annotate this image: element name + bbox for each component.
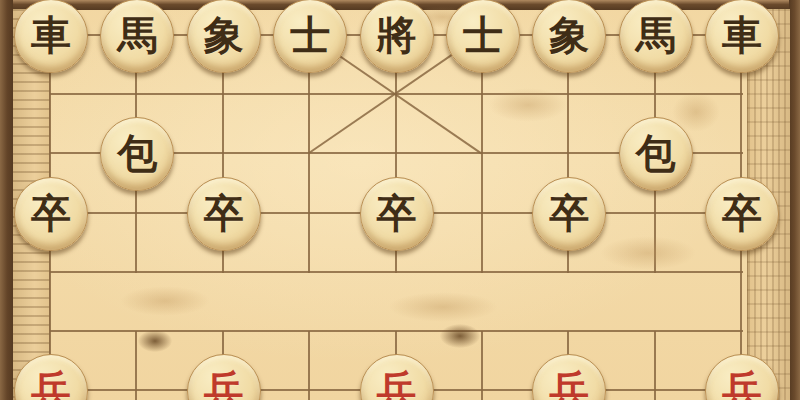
- board-stain: [120, 286, 210, 316]
- piece-glyph: 兵: [722, 370, 762, 400]
- piece-glyph: 車: [31, 15, 71, 55]
- grid-file-line: [135, 331, 137, 400]
- piece-red-soldier-file3[interactable]: 兵: [187, 354, 261, 400]
- piece-glyph: 兵: [204, 370, 244, 400]
- piece-glyph: 兵: [31, 370, 71, 400]
- piece-red-soldier-file5[interactable]: 兵: [360, 354, 434, 400]
- piece-black-chariot-file9[interactable]: 車: [705, 0, 779, 73]
- piece-black-cannon-file2[interactable]: 包: [100, 117, 174, 191]
- piece-black-chariot-file1[interactable]: 車: [14, 0, 88, 73]
- piece-black-cannon-file8[interactable]: 包: [619, 117, 693, 191]
- piece-glyph: 卒: [204, 193, 244, 233]
- piece-glyph: 馬: [117, 15, 157, 55]
- piece-black-horse-file8[interactable]: 馬: [619, 0, 693, 73]
- grid-rank-line: [50, 330, 743, 332]
- piece-black-general-file5[interactable]: 將: [360, 0, 434, 73]
- piece-glyph: 象: [204, 15, 244, 55]
- piece-glyph: 卒: [722, 193, 762, 233]
- board-frame-right: [789, 0, 800, 400]
- piece-black-soldier-file5[interactable]: 卒: [360, 177, 434, 251]
- piece-black-advisor-file4[interactable]: 士: [273, 0, 347, 73]
- piece-glyph: 包: [636, 133, 676, 173]
- piece-glyph: 包: [117, 133, 157, 173]
- grid-file-line: [308, 331, 310, 400]
- xiangqi-board[interactable]: 車馬象士將士象馬車包包卒卒卒卒卒兵兵兵兵兵: [0, 0, 800, 400]
- piece-black-soldier-file9[interactable]: 卒: [705, 177, 779, 251]
- piece-black-advisor-file6[interactable]: 士: [446, 0, 520, 73]
- piece-black-elephant-file3[interactable]: 象: [187, 0, 261, 73]
- grid-file-line: [654, 331, 656, 400]
- piece-glyph: 士: [463, 15, 503, 55]
- grid-rank-line: [50, 271, 743, 273]
- piece-glyph: 卒: [31, 193, 71, 233]
- piece-glyph: 卒: [549, 193, 589, 233]
- board-stain: [138, 330, 172, 352]
- piece-glyph: 士: [290, 15, 330, 55]
- piece-glyph: 兵: [377, 370, 417, 400]
- piece-black-soldier-file3[interactable]: 卒: [187, 177, 261, 251]
- grid-file-line: [481, 331, 483, 400]
- board-stain: [388, 292, 498, 322]
- piece-glyph: 卒: [377, 193, 417, 233]
- board-frame-left: [0, 0, 13, 400]
- piece-black-soldier-file1[interactable]: 卒: [14, 177, 88, 251]
- piece-red-soldier-file7[interactable]: 兵: [532, 354, 606, 400]
- piece-glyph: 馬: [636, 15, 676, 55]
- piece-black-horse-file2[interactable]: 馬: [100, 0, 174, 73]
- piece-glyph: 象: [549, 15, 589, 55]
- piece-black-elephant-file7[interactable]: 象: [532, 0, 606, 73]
- piece-glyph: 將: [377, 15, 417, 55]
- board-stain: [440, 324, 480, 348]
- piece-black-soldier-file7[interactable]: 卒: [532, 177, 606, 251]
- piece-glyph: 車: [722, 15, 762, 55]
- board-stain: [600, 236, 696, 270]
- piece-glyph: 兵: [549, 370, 589, 400]
